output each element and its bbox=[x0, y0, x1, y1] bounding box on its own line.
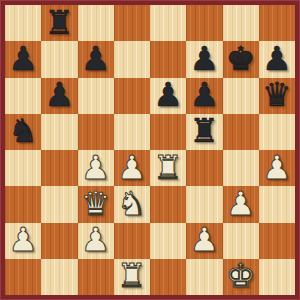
piece-white-pawn: ♟ bbox=[81, 223, 111, 256]
square-b8[interactable]: ♜ bbox=[41, 5, 77, 41]
square-b7[interactable] bbox=[41, 41, 77, 77]
square-b3[interactable] bbox=[41, 186, 77, 222]
piece-black-knight: ♞ bbox=[8, 114, 38, 147]
square-d1[interactable]: ♜ bbox=[114, 259, 150, 295]
square-h8[interactable] bbox=[259, 5, 295, 41]
square-a5[interactable]: ♞ bbox=[5, 114, 41, 150]
square-a1[interactable] bbox=[5, 259, 41, 295]
square-e2[interactable] bbox=[150, 223, 186, 259]
square-d5[interactable] bbox=[114, 114, 150, 150]
piece-black-queen: ♛ bbox=[262, 78, 292, 111]
square-d2[interactable] bbox=[114, 223, 150, 259]
square-e7[interactable] bbox=[150, 41, 186, 77]
square-g8[interactable] bbox=[223, 5, 259, 41]
piece-black-pawn: ♟ bbox=[262, 42, 292, 75]
piece-white-pawn: ♟ bbox=[190, 223, 220, 256]
square-f4[interactable] bbox=[186, 150, 222, 186]
square-c3[interactable]: ♛ bbox=[78, 186, 114, 222]
square-c7[interactable]: ♟ bbox=[78, 41, 114, 77]
piece-black-pawn: ♟ bbox=[8, 42, 38, 75]
square-d6[interactable] bbox=[114, 78, 150, 114]
square-f8[interactable] bbox=[186, 5, 222, 41]
piece-black-king: ♚ bbox=[226, 42, 256, 75]
square-h5[interactable] bbox=[259, 114, 295, 150]
square-h3[interactable] bbox=[259, 186, 295, 222]
piece-white-pawn: ♟ bbox=[81, 151, 111, 184]
square-e1[interactable] bbox=[150, 259, 186, 295]
square-f1[interactable] bbox=[186, 259, 222, 295]
square-b4[interactable] bbox=[41, 150, 77, 186]
square-d4[interactable]: ♟ bbox=[114, 150, 150, 186]
piece-black-rook: ♜ bbox=[45, 6, 75, 39]
square-g3[interactable]: ♟ bbox=[223, 186, 259, 222]
square-e5[interactable] bbox=[150, 114, 186, 150]
square-b1[interactable] bbox=[41, 259, 77, 295]
piece-white-rook: ♜ bbox=[117, 259, 147, 292]
piece-black-pawn: ♟ bbox=[190, 42, 220, 75]
chess-board-frame: ♜♟♟♟♚♟♟♟♟♛♞♜♟♟♜♟♛♞♟♟♟♟♜♚ bbox=[0, 0, 300, 300]
square-a2[interactable]: ♟ bbox=[5, 223, 41, 259]
square-g6[interactable] bbox=[223, 78, 259, 114]
piece-white-king: ♚ bbox=[226, 259, 256, 292]
square-a3[interactable] bbox=[5, 186, 41, 222]
square-f7[interactable]: ♟ bbox=[186, 41, 222, 77]
square-f5[interactable]: ♜ bbox=[186, 114, 222, 150]
square-d7[interactable] bbox=[114, 41, 150, 77]
square-b6[interactable]: ♟ bbox=[41, 78, 77, 114]
square-h1[interactable] bbox=[259, 259, 295, 295]
square-h4[interactable]: ♟ bbox=[259, 150, 295, 186]
piece-white-pawn: ♟ bbox=[117, 151, 147, 184]
piece-white-pawn: ♟ bbox=[8, 223, 38, 256]
square-b5[interactable] bbox=[41, 114, 77, 150]
square-e3[interactable] bbox=[150, 186, 186, 222]
piece-white-pawn: ♟ bbox=[262, 151, 292, 184]
piece-white-knight: ♞ bbox=[117, 187, 147, 220]
square-a6[interactable] bbox=[5, 78, 41, 114]
square-h6[interactable]: ♛ bbox=[259, 78, 295, 114]
piece-white-queen: ♛ bbox=[81, 187, 111, 220]
square-c4[interactable]: ♟ bbox=[78, 150, 114, 186]
piece-black-pawn: ♟ bbox=[45, 78, 75, 111]
square-g4[interactable] bbox=[223, 150, 259, 186]
square-f2[interactable]: ♟ bbox=[186, 223, 222, 259]
square-h2[interactable] bbox=[259, 223, 295, 259]
square-e4[interactable]: ♜ bbox=[150, 150, 186, 186]
square-g1[interactable]: ♚ bbox=[223, 259, 259, 295]
square-d8[interactable] bbox=[114, 5, 150, 41]
piece-white-pawn: ♟ bbox=[226, 187, 256, 220]
square-h7[interactable]: ♟ bbox=[259, 41, 295, 77]
piece-black-pawn: ♟ bbox=[153, 78, 183, 111]
square-e6[interactable]: ♟ bbox=[150, 78, 186, 114]
chess-board: ♜♟♟♟♚♟♟♟♟♛♞♜♟♟♜♟♛♞♟♟♟♟♜♚ bbox=[5, 5, 295, 295]
square-c6[interactable] bbox=[78, 78, 114, 114]
piece-black-rook: ♜ bbox=[190, 114, 220, 147]
square-g2[interactable] bbox=[223, 223, 259, 259]
piece-black-pawn: ♟ bbox=[81, 42, 111, 75]
square-c5[interactable] bbox=[78, 114, 114, 150]
square-d3[interactable]: ♞ bbox=[114, 186, 150, 222]
square-b2[interactable] bbox=[41, 223, 77, 259]
square-c2[interactable]: ♟ bbox=[78, 223, 114, 259]
piece-black-pawn: ♟ bbox=[190, 78, 220, 111]
square-g5[interactable] bbox=[223, 114, 259, 150]
piece-white-rook: ♜ bbox=[153, 151, 183, 184]
square-g7[interactable]: ♚ bbox=[223, 41, 259, 77]
square-a7[interactable]: ♟ bbox=[5, 41, 41, 77]
square-f6[interactable]: ♟ bbox=[186, 78, 222, 114]
square-e8[interactable] bbox=[150, 5, 186, 41]
square-c8[interactable] bbox=[78, 5, 114, 41]
square-c1[interactable] bbox=[78, 259, 114, 295]
square-a4[interactable] bbox=[5, 150, 41, 186]
square-a8[interactable] bbox=[5, 5, 41, 41]
square-f3[interactable] bbox=[186, 186, 222, 222]
